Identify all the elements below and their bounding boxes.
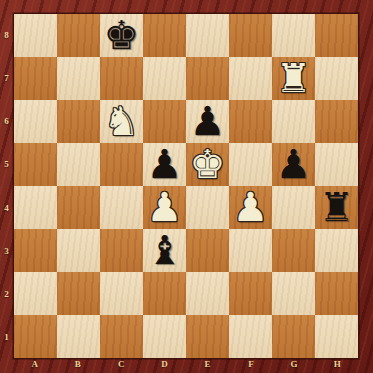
square-h1[interactable] <box>315 315 358 358</box>
square-b8[interactable] <box>57 14 100 57</box>
square-d4[interactable]: ♟ <box>143 186 186 229</box>
square-a5[interactable] <box>14 143 57 186</box>
square-f6[interactable] <box>229 100 272 143</box>
square-f1[interactable] <box>229 315 272 358</box>
square-a6[interactable] <box>14 100 57 143</box>
square-h7[interactable] <box>315 57 358 100</box>
chessboard-frame: 87654321 ♚♜♞♟♟♚♟♟♟♜♝ ABCDEFGH <box>0 0 373 373</box>
white-pawn[interactable]: ♟ <box>147 187 183 227</box>
rank-labels: 87654321 <box>0 13 13 359</box>
square-f8[interactable] <box>229 14 272 57</box>
square-h6[interactable] <box>315 100 358 143</box>
square-e1[interactable] <box>186 315 229 358</box>
white-knight[interactable]: ♞ <box>104 101 140 141</box>
file-label-b: B <box>56 359 99 373</box>
square-e5[interactable]: ♚ <box>186 143 229 186</box>
square-h2[interactable] <box>315 272 358 315</box>
file-label-f: F <box>229 359 272 373</box>
square-b7[interactable] <box>57 57 100 100</box>
square-f7[interactable] <box>229 57 272 100</box>
square-e3[interactable] <box>186 229 229 272</box>
square-e2[interactable] <box>186 272 229 315</box>
square-e8[interactable] <box>186 14 229 57</box>
square-c7[interactable] <box>100 57 143 100</box>
white-king[interactable]: ♚ <box>190 144 226 184</box>
file-label-c: C <box>100 359 143 373</box>
square-b6[interactable] <box>57 100 100 143</box>
rank-label-6: 6 <box>0 100 13 143</box>
file-label-e: E <box>186 359 229 373</box>
rank-label-5: 5 <box>0 143 13 186</box>
square-f4[interactable]: ♟ <box>229 186 272 229</box>
white-pawn[interactable]: ♟ <box>233 187 269 227</box>
square-h8[interactable] <box>315 14 358 57</box>
square-a7[interactable] <box>14 57 57 100</box>
square-g2[interactable] <box>272 272 315 315</box>
square-g7[interactable]: ♜ <box>272 57 315 100</box>
square-b5[interactable] <box>57 143 100 186</box>
square-b1[interactable] <box>57 315 100 358</box>
black-rook[interactable]: ♜ <box>319 187 355 227</box>
square-f3[interactable] <box>229 229 272 272</box>
black-pawn[interactable]: ♟ <box>147 144 183 184</box>
square-d2[interactable] <box>143 272 186 315</box>
square-e7[interactable] <box>186 57 229 100</box>
square-b4[interactable] <box>57 186 100 229</box>
rank-label-3: 3 <box>0 229 13 272</box>
file-labels: ABCDEFGH <box>13 359 359 373</box>
rank-label-4: 4 <box>0 186 13 229</box>
square-d3[interactable]: ♝ <box>143 229 186 272</box>
square-c1[interactable] <box>100 315 143 358</box>
square-d6[interactable] <box>143 100 186 143</box>
square-g1[interactable] <box>272 315 315 358</box>
square-c3[interactable] <box>100 229 143 272</box>
square-b3[interactable] <box>57 229 100 272</box>
square-a8[interactable] <box>14 14 57 57</box>
square-c6[interactable]: ♞ <box>100 100 143 143</box>
square-d1[interactable] <box>143 315 186 358</box>
square-a2[interactable] <box>14 272 57 315</box>
square-g6[interactable] <box>272 100 315 143</box>
file-label-a: A <box>13 359 56 373</box>
file-label-g: G <box>273 359 316 373</box>
square-f2[interactable] <box>229 272 272 315</box>
board: ♚♜♞♟♟♚♟♟♟♜♝ <box>13 13 359 359</box>
square-a1[interactable] <box>14 315 57 358</box>
black-bishop[interactable]: ♝ <box>147 230 183 270</box>
square-c4[interactable] <box>100 186 143 229</box>
square-a4[interactable] <box>14 186 57 229</box>
square-b2[interactable] <box>57 272 100 315</box>
square-h4[interactable]: ♜ <box>315 186 358 229</box>
square-h3[interactable] <box>315 229 358 272</box>
rank-label-2: 2 <box>0 273 13 316</box>
rank-label-8: 8 <box>0 13 13 56</box>
rank-label-1: 1 <box>0 316 13 359</box>
file-label-d: D <box>143 359 186 373</box>
black-king[interactable]: ♚ <box>104 15 140 55</box>
square-c5[interactable] <box>100 143 143 186</box>
square-g4[interactable] <box>272 186 315 229</box>
rank-label-7: 7 <box>0 56 13 99</box>
square-g5[interactable]: ♟ <box>272 143 315 186</box>
square-e6[interactable]: ♟ <box>186 100 229 143</box>
square-d7[interactable] <box>143 57 186 100</box>
square-e4[interactable] <box>186 186 229 229</box>
square-d8[interactable] <box>143 14 186 57</box>
black-pawn[interactable]: ♟ <box>276 144 312 184</box>
square-d5[interactable]: ♟ <box>143 143 186 186</box>
white-rook[interactable]: ♜ <box>276 58 312 98</box>
file-label-h: H <box>316 359 359 373</box>
square-c2[interactable] <box>100 272 143 315</box>
square-g3[interactable] <box>272 229 315 272</box>
black-pawn[interactable]: ♟ <box>190 101 226 141</box>
square-g8[interactable] <box>272 14 315 57</box>
square-a3[interactable] <box>14 229 57 272</box>
square-h5[interactable] <box>315 143 358 186</box>
square-c8[interactable]: ♚ <box>100 14 143 57</box>
square-f5[interactable] <box>229 143 272 186</box>
